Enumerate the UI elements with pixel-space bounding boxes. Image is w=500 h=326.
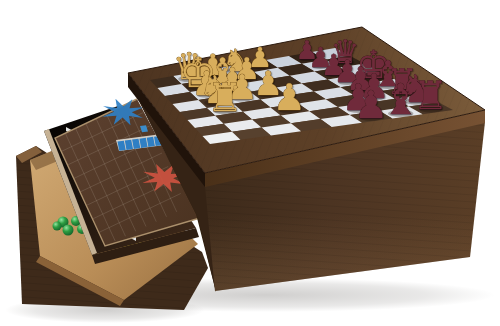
chess-piece: ♟	[273, 76, 306, 119]
marble-green	[63, 225, 74, 236]
game-box-scene: ♟♛♟♟♞♟♟♚♟♛♟♝♝♚♟♟♜♟♟♟♟♞♞♜♟♟♜♝♟	[0, 0, 500, 326]
product-photo: ♟♛♟♟♞♟♟♚♟♛♟♝♝♚♟♟♜♟♟♟♟♞♞♜♟♟♜♝♟	[0, 0, 500, 326]
chess-piece: ♜	[207, 75, 242, 120]
marble-green	[53, 222, 62, 231]
chess-piece: ♟	[354, 82, 388, 127]
